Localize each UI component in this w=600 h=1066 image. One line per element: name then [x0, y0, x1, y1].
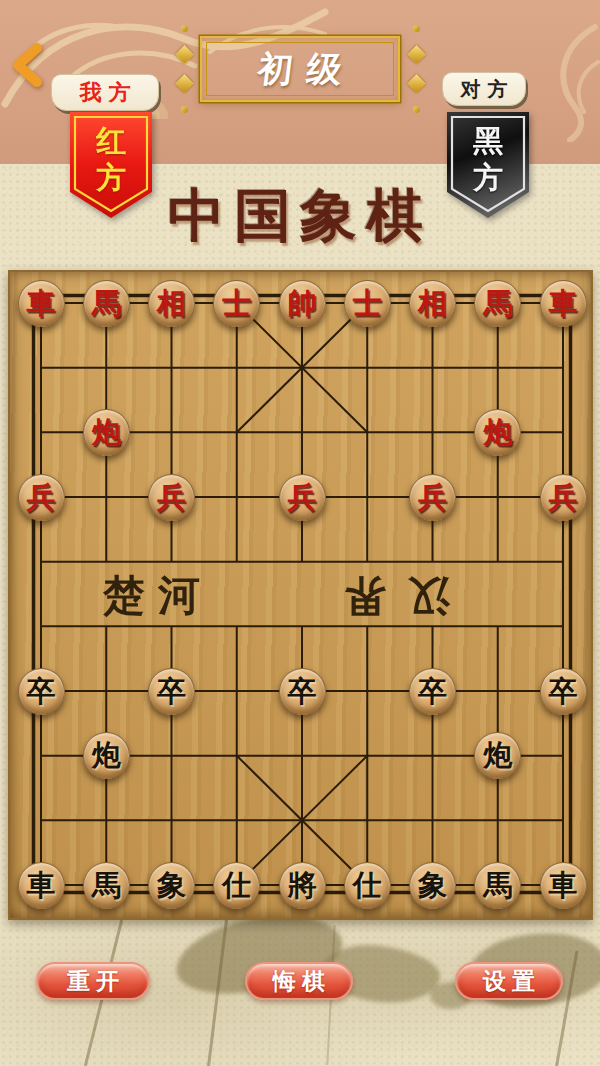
piece-black-仕-f5r9[interactable]: 仕: [344, 862, 391, 909]
app-title: 中国象棋: [0, 178, 600, 255]
piece-black-卒-f4r6[interactable]: 卒: [279, 668, 326, 715]
piece-black-卒-f2r6[interactable]: 卒: [148, 668, 195, 715]
piece-glyph: 馬: [92, 871, 121, 900]
piece-black-車-f8r9[interactable]: 車: [540, 862, 587, 909]
piece-glyph: 卒: [288, 677, 317, 706]
chevron-left-icon: [8, 42, 48, 88]
piece-black-仕-f3r9[interactable]: 仕: [213, 862, 260, 909]
piece-black-馬-f7r9[interactable]: 馬: [474, 862, 521, 909]
piece-black-象-f6r9[interactable]: 象: [409, 862, 456, 909]
piece-red-相-f6r0[interactable]: 相: [409, 280, 456, 327]
piece-glyph: 兵: [418, 483, 447, 512]
piece-red-車-f0r0[interactable]: 車: [18, 280, 65, 327]
piece-red-兵-f0r3[interactable]: 兵: [18, 474, 65, 521]
piece-glyph: 馬: [483, 871, 512, 900]
piece-red-炮-f7r2[interactable]: 炮: [474, 409, 521, 456]
plaque-ornament-left: [169, 25, 199, 113]
opponent-side-pill: 对方: [442, 72, 526, 106]
undo-move-button[interactable]: 悔棋: [245, 962, 353, 1000]
piece-black-卒-f0r6[interactable]: 卒: [18, 668, 65, 715]
piece-glyph: 士: [222, 289, 251, 318]
corner-flourish-ornament-right: [530, 22, 600, 142]
piece-red-士-f3r0[interactable]: 士: [213, 280, 260, 327]
piece-glyph: 兵: [27, 483, 56, 512]
piece-red-兵-f2r3[interactable]: 兵: [148, 474, 195, 521]
piece-glyph: 象: [418, 871, 447, 900]
piece-glyph: 仕: [222, 871, 251, 900]
piece-glyph: 車: [549, 871, 578, 900]
piece-black-馬-f1r9[interactable]: 馬: [83, 862, 130, 909]
piece-glyph: 兵: [288, 483, 317, 512]
piece-black-象-f2r9[interactable]: 象: [148, 862, 195, 909]
piece-glyph: 卒: [549, 677, 578, 706]
piece-glyph: 車: [549, 289, 578, 318]
piece-red-馬-f7r0[interactable]: 馬: [474, 280, 521, 327]
piece-glyph: 車: [27, 871, 56, 900]
piece-black-車-f0r9[interactable]: 車: [18, 862, 65, 909]
piece-glyph: 兵: [549, 483, 578, 512]
piece-glyph: 象: [157, 871, 186, 900]
river-label-left: 楚河: [90, 567, 226, 625]
piece-glyph: 仕: [353, 871, 382, 900]
piece-glyph: 將: [288, 871, 317, 900]
my-side-pill: 我方: [51, 74, 159, 111]
back-button[interactable]: [8, 42, 48, 88]
xiangqi-board[interactable]: 楚河 汉界 車馬相士帥士相馬車炮炮兵兵兵兵兵卒卒卒卒卒炮炮車馬象仕將仕象馬車: [8, 270, 593, 920]
restart-button[interactable]: 重开: [36, 962, 150, 1000]
my-side-label: 我方: [73, 78, 138, 108]
piece-red-相-f2r0[interactable]: 相: [148, 280, 195, 327]
settings-button[interactable]: 设置: [455, 962, 563, 1000]
level-plaque: 初级: [200, 36, 400, 102]
piece-glyph: 馬: [483, 289, 512, 318]
opponent-side-label: 对方: [454, 76, 515, 103]
piece-glyph: 卒: [418, 677, 447, 706]
piece-glyph: 相: [157, 289, 186, 318]
xiangqi-app-screen: 初级 我方 对方 红 方: [0, 0, 600, 1066]
piece-black-卒-f6r6[interactable]: 卒: [409, 668, 456, 715]
piece-glyph: 炮: [92, 741, 121, 770]
piece-glyph: 炮: [92, 418, 121, 447]
piece-glyph: 卒: [27, 677, 56, 706]
piece-glyph: 炮: [483, 418, 512, 447]
piece-black-卒-f8r6[interactable]: 卒: [540, 668, 587, 715]
level-label: 初级: [241, 46, 359, 93]
restart-label: 重开: [61, 966, 125, 997]
piece-red-帥-f4r0[interactable]: 帥: [279, 280, 326, 327]
piece-glyph: 相: [418, 289, 447, 318]
piece-red-兵-f6r3[interactable]: 兵: [409, 474, 456, 521]
piece-red-兵-f4r3[interactable]: 兵: [279, 474, 326, 521]
piece-black-將-f4r9[interactable]: 將: [279, 862, 326, 909]
piece-red-士-f5r0[interactable]: 士: [344, 280, 391, 327]
piece-red-炮-f1r2[interactable]: 炮: [83, 409, 130, 456]
settings-label: 设置: [477, 966, 541, 997]
piece-red-馬-f1r0[interactable]: 馬: [83, 280, 130, 327]
piece-red-兵-f8r3[interactable]: 兵: [540, 474, 587, 521]
piece-glyph: 炮: [483, 741, 512, 770]
piece-glyph: 車: [27, 289, 56, 318]
piece-glyph: 帥: [288, 289, 317, 318]
piece-glyph: 士: [353, 289, 382, 318]
piece-glyph: 兵: [157, 483, 186, 512]
river-label-right: 汉界: [308, 567, 464, 625]
piece-black-炮-f1r7[interactable]: 炮: [83, 732, 130, 779]
plaque-ornament-right: [401, 25, 431, 113]
undo-label: 悔棋: [267, 966, 331, 997]
piece-glyph: 馬: [92, 289, 121, 318]
piece-red-車-f8r0[interactable]: 車: [540, 280, 587, 327]
piece-glyph: 卒: [157, 677, 186, 706]
